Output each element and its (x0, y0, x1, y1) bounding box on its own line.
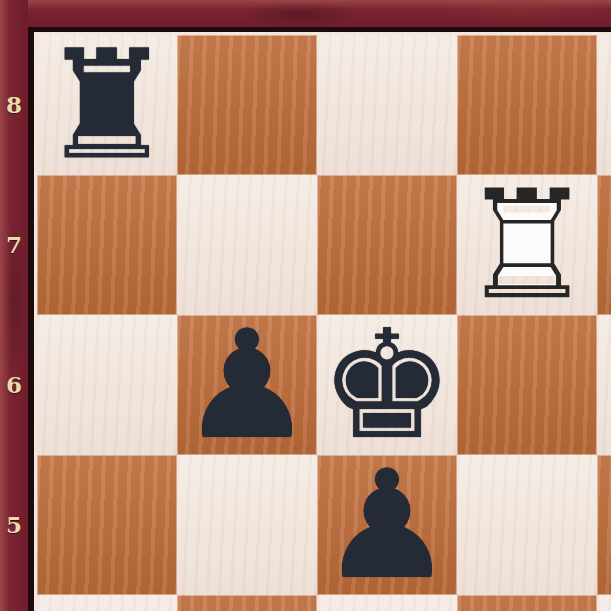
square-c5[interactable]: ♟ (317, 455, 457, 595)
square-e7[interactable] (597, 175, 611, 315)
rank-label-5: 5 (0, 510, 28, 540)
chess-board: ♜♜♖♟♚♟ (34, 32, 611, 611)
rank-label-6: 6 (0, 370, 28, 400)
square-c6[interactable]: ♚ (317, 315, 457, 455)
square-e6[interactable] (597, 315, 611, 455)
rank-label-7: 7 (0, 230, 28, 260)
square-d8[interactable] (457, 35, 597, 175)
square-a6[interactable] (37, 315, 177, 455)
square-c7[interactable] (317, 175, 457, 315)
square-b6[interactable]: ♟ (177, 315, 317, 455)
square-d4[interactable] (457, 595, 597, 611)
square-d5[interactable] (457, 455, 597, 595)
square-c4[interactable] (317, 595, 457, 611)
square-a5[interactable] (37, 455, 177, 595)
square-b8[interactable] (177, 35, 317, 175)
square-b5[interactable] (177, 455, 317, 595)
square-d7[interactable]: ♜♖ (457, 175, 597, 315)
square-e5[interactable] (597, 455, 611, 595)
piece-black-pawn-b6[interactable]: ♟ (177, 315, 317, 455)
square-c8[interactable] (317, 35, 457, 175)
chess-app: ♜♜♖♟♚♟ 8765 (0, 0, 611, 611)
square-a4[interactable] (37, 595, 177, 611)
piece-white-rook-d7[interactable]: ♜♖ (457, 175, 597, 315)
piece-black-pawn-c5[interactable]: ♟ (317, 455, 457, 595)
board-frame-top (0, 0, 611, 27)
white-piece-outline: ♖ (457, 175, 597, 315)
piece-black-king-c6[interactable]: ♚ (317, 315, 457, 455)
square-a7[interactable] (37, 175, 177, 315)
rank-label-8: 8 (0, 90, 28, 120)
square-e4[interactable] (597, 595, 611, 611)
square-b4[interactable] (177, 595, 317, 611)
square-d6[interactable] (457, 315, 597, 455)
piece-black-rook-a8[interactable]: ♜ (37, 35, 177, 175)
square-a8[interactable]: ♜ (37, 35, 177, 175)
square-b7[interactable] (177, 175, 317, 315)
square-e8[interactable] (597, 35, 611, 175)
